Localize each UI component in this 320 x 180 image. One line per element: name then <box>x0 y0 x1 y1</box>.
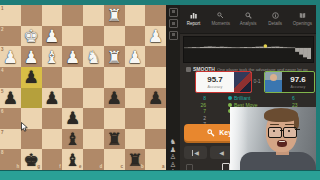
tab-openings[interactable]: Openings <box>289 5 316 33</box>
square-b4[interactable] <box>125 67 146 88</box>
rank-label: 7 <box>1 130 4 135</box>
glasses-bridge <box>280 130 284 131</box>
square-c3[interactable]: ♜ <box>104 46 125 67</box>
white-count: 2 <box>192 115 206 121</box>
white-count: 8 <box>192 95 206 101</box>
square-d3[interactable]: ♞ <box>83 46 104 67</box>
black-bishop[interactable]: ♝ <box>62 129 83 150</box>
file-label: f <box>59 164 61 169</box>
square-a7[interactable] <box>145 129 166 150</box>
tab-moments-label: Moments <box>212 21 231 26</box>
square-a2[interactable]: ♟ <box>145 26 166 47</box>
square-f3[interactable]: ♝ <box>42 46 63 67</box>
rank-label: 6 <box>1 109 4 114</box>
white-player-card[interactable]: 95.7 Accuracy <box>195 71 252 93</box>
square-h5[interactable]: 5♟ <box>0 88 21 109</box>
key-icon <box>217 12 224 19</box>
square-g2[interactable]: ♚ <box>21 26 42 47</box>
tab-report-label: Report <box>187 21 201 26</box>
square-c2[interactable] <box>104 26 125 47</box>
black-pawn[interactable]: ♟ <box>42 88 63 109</box>
black-pawn[interactable]: ♟ <box>62 108 83 129</box>
square-a4[interactable] <box>145 67 166 88</box>
square-f7[interactable] <box>42 129 63 150</box>
white-rook[interactable]: ♜ <box>104 5 125 26</box>
file-label: b <box>141 164 144 169</box>
magnifier-icon <box>245 12 252 19</box>
classification-icon <box>228 96 232 100</box>
tab-bar: Report Moments Analysis Details Openings <box>180 5 316 34</box>
skip-to-start-button[interactable]: ◀ <box>184 146 207 159</box>
square-c8[interactable]: c <box>104 149 125 170</box>
square-d7[interactable] <box>83 129 104 150</box>
rank-label: 8 <box>1 150 4 155</box>
tab-report[interactable]: Report <box>180 5 207 33</box>
square-c5[interactable]: ♟ <box>104 88 125 109</box>
white-king[interactable]: ♚ <box>21 26 42 47</box>
board-icon[interactable] <box>169 31 178 40</box>
black-player-avatar <box>265 72 282 92</box>
square-e7[interactable]: ♝ <box>62 129 83 150</box>
square-c7[interactable]: ♜ <box>104 129 125 150</box>
black-pawn[interactable]: ♟ <box>21 67 42 88</box>
square-g5[interactable] <box>21 88 42 109</box>
square-h7[interactable]: 7 <box>0 129 21 150</box>
square-a8[interactable]: a <box>145 149 166 170</box>
white-count: 7 <box>192 108 206 114</box>
info-icon <box>272 12 279 19</box>
square-g3[interactable]: ♟ <box>21 46 42 67</box>
square-e2[interactable] <box>62 26 83 47</box>
white-pawn[interactable]: ♟ <box>42 26 63 47</box>
tab-openings-label: Openings <box>293 21 312 26</box>
black-rook[interactable]: ♜ <box>104 129 125 150</box>
square-d8[interactable]: d <box>83 149 104 170</box>
tab-details[interactable]: Details <box>262 5 289 33</box>
rank-label: 2 <box>1 27 4 32</box>
glasses-temple <box>295 129 300 130</box>
square-a3[interactable] <box>145 46 166 67</box>
square-c4[interactable] <box>104 67 125 88</box>
square-h3[interactable]: 3♟ <box>0 46 21 67</box>
tab-analysis-label: Analysis <box>240 21 257 26</box>
white-bishop[interactable]: ♝ <box>42 46 63 67</box>
glasses-left-lens <box>268 127 282 138</box>
white-pawn[interactable]: ♟ <box>125 46 146 67</box>
webcam-overlay <box>230 107 316 170</box>
square-h2[interactable]: 2 <box>0 26 21 47</box>
black-pawn[interactable]: ♟ <box>145 88 166 109</box>
black-player-card[interactable]: 97.6 Accuracy <box>264 71 315 93</box>
white-accuracy-value: 95.7 <box>207 76 223 84</box>
square-b2[interactable] <box>125 26 146 47</box>
white-knight[interactable]: ♞ <box>83 46 104 67</box>
file-label: d <box>100 164 103 169</box>
black-pawn[interactable]: ♟ <box>104 88 125 109</box>
rank-label: 1 <box>1 6 4 11</box>
file-label: e <box>79 164 82 169</box>
white-count: 26 <box>192 102 206 108</box>
square-h4[interactable]: 4 <box>0 67 21 88</box>
square-b5[interactable] <box>125 88 146 109</box>
square-f6[interactable] <box>42 108 63 129</box>
square-a6[interactable] <box>145 108 166 129</box>
file-label: h <box>17 164 20 169</box>
square-d2[interactable] <box>83 26 104 47</box>
square-d4[interactable] <box>83 67 104 88</box>
square-e5[interactable] <box>62 88 83 109</box>
square-d5[interactable] <box>83 88 104 109</box>
square-a1[interactable] <box>145 5 166 26</box>
black-accuracy-label: Accuracy <box>291 85 306 89</box>
square-b8[interactable]: b♜ <box>125 149 146 170</box>
white-pawn[interactable]: ♟ <box>62 46 83 67</box>
square-f1[interactable] <box>42 5 63 26</box>
file-label: a <box>162 164 165 169</box>
square-g1[interactable] <box>21 5 42 26</box>
square-g8[interactable]: g♚ <box>21 149 42 170</box>
frame-bottom <box>0 171 320 180</box>
square-c1[interactable]: ♜ <box>104 5 125 26</box>
file-label: g <box>37 164 40 169</box>
square-e1[interactable] <box>62 5 83 26</box>
square-f5[interactable]: ♟ <box>42 88 63 109</box>
rank-label: 4 <box>1 68 4 73</box>
white-pawn[interactable]: ♟ <box>21 46 42 67</box>
black-count: 6 <box>292 95 306 101</box>
teeth <box>279 141 285 143</box>
square-h1[interactable]: 1 <box>0 5 21 26</box>
square-b7[interactable] <box>125 129 146 150</box>
square-f2[interactable]: ♟ <box>42 26 63 47</box>
rank-label: 5 <box>1 89 4 94</box>
square-c6[interactable] <box>104 108 125 129</box>
white-accuracy-label: Accuracy <box>208 85 223 89</box>
black-accuracy-value: 97.6 <box>290 76 306 84</box>
classification-label: Brilliant <box>228 95 250 101</box>
square-e4[interactable] <box>62 67 83 88</box>
square-h6[interactable]: 6 <box>0 108 21 129</box>
white-rook[interactable]: ♜ <box>104 46 125 67</box>
square-h8[interactable]: 8h <box>0 149 21 170</box>
tab-moments[interactable]: Moments <box>207 5 234 33</box>
video-frame: 1♜2♚♟♟3♟♟♝♟♞♜♟4♟5♟♟♟♟6♟7♝♜8hg♚fe♝dcb♜a ♞… <box>0 0 320 180</box>
square-b3[interactable]: ♟ <box>125 46 146 67</box>
white-player-avatar <box>234 72 251 92</box>
moves-icon[interactable] <box>169 19 178 28</box>
game-result: 0-1 <box>250 78 264 84</box>
square-a5[interactable]: ♟ <box>145 88 166 109</box>
file-label: c <box>120 164 123 169</box>
square-e6[interactable]: ♟ <box>62 108 83 129</box>
square-b1[interactable] <box>125 5 146 26</box>
person-hair <box>264 108 298 122</box>
rank-label: 3 <box>1 47 4 52</box>
square-f8[interactable]: f <box>42 149 63 170</box>
square-b6[interactable] <box>125 108 146 129</box>
square-g4[interactable]: ♟ <box>21 67 42 88</box>
tab-analysis[interactable]: Analysis <box>234 5 261 33</box>
square-d1[interactable] <box>83 5 104 26</box>
square-f4[interactable] <box>42 67 63 88</box>
mouse-cursor <box>21 118 29 136</box>
frame-right <box>316 0 320 180</box>
classification-icon <box>228 103 232 107</box>
square-e8[interactable]: e♝ <box>62 149 83 170</box>
evaluation-graph[interactable] <box>183 36 314 63</box>
tab-details-label: Details <box>268 21 282 26</box>
accuracy-row: 95.7 Accuracy 0-1 97.6 Accuracy <box>180 71 316 93</box>
chess-board[interactable]: 1♜2♚♟♟3♟♟♝♟♞♜♟4♟5♟♟♟♟6♟7♝♜8hg♚fe♝dcb♜a <box>0 5 166 170</box>
report-icon <box>190 12 197 19</box>
square-e3[interactable]: ♟ <box>62 46 83 67</box>
square-d6[interactable] <box>83 108 104 129</box>
key-icon <box>207 129 215 137</box>
white-pawn[interactable]: ♟ <box>145 26 166 47</box>
book-icon <box>299 12 306 19</box>
grid-icon[interactable] <box>169 8 178 17</box>
side-strip: ♞♟♙♙♙ <box>166 5 180 170</box>
